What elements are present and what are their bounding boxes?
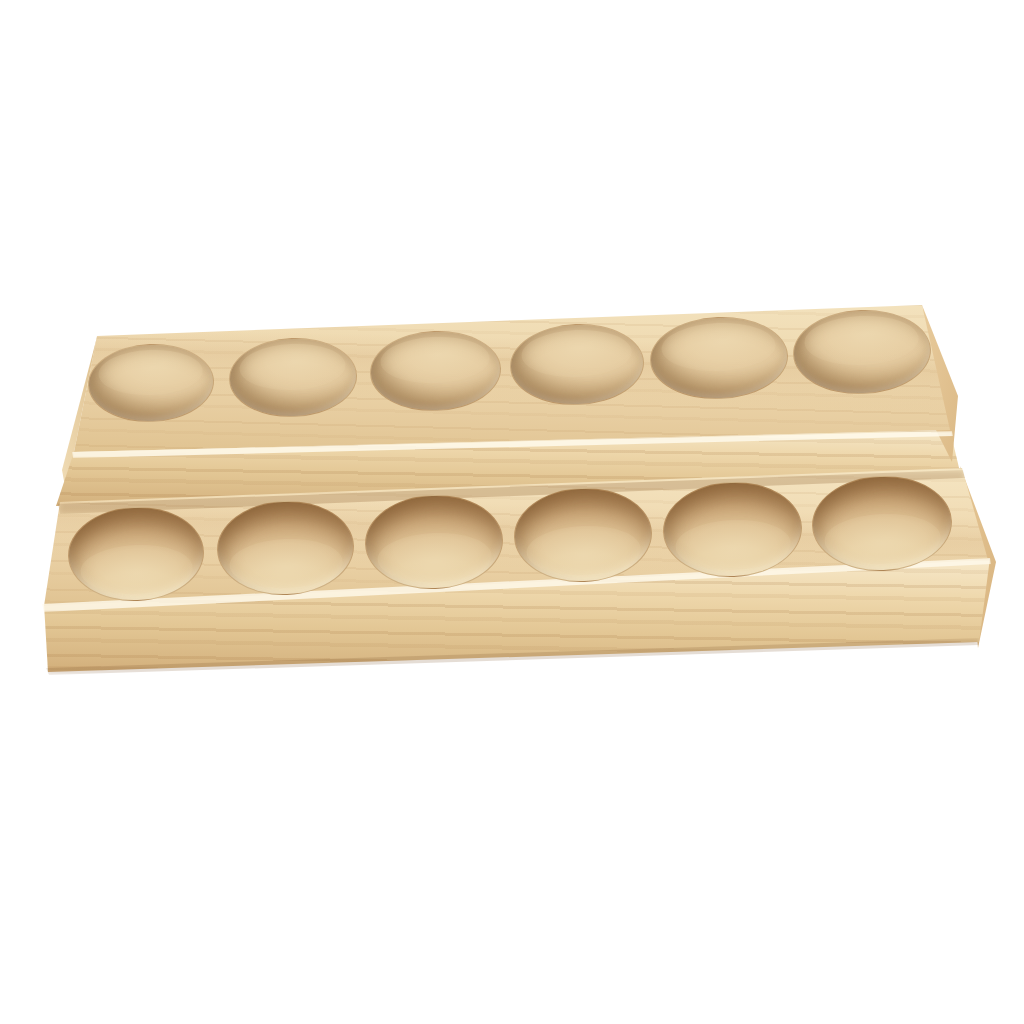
mancala-board xyxy=(0,0,1024,1024)
product-photo-canvas xyxy=(0,0,1024,1024)
